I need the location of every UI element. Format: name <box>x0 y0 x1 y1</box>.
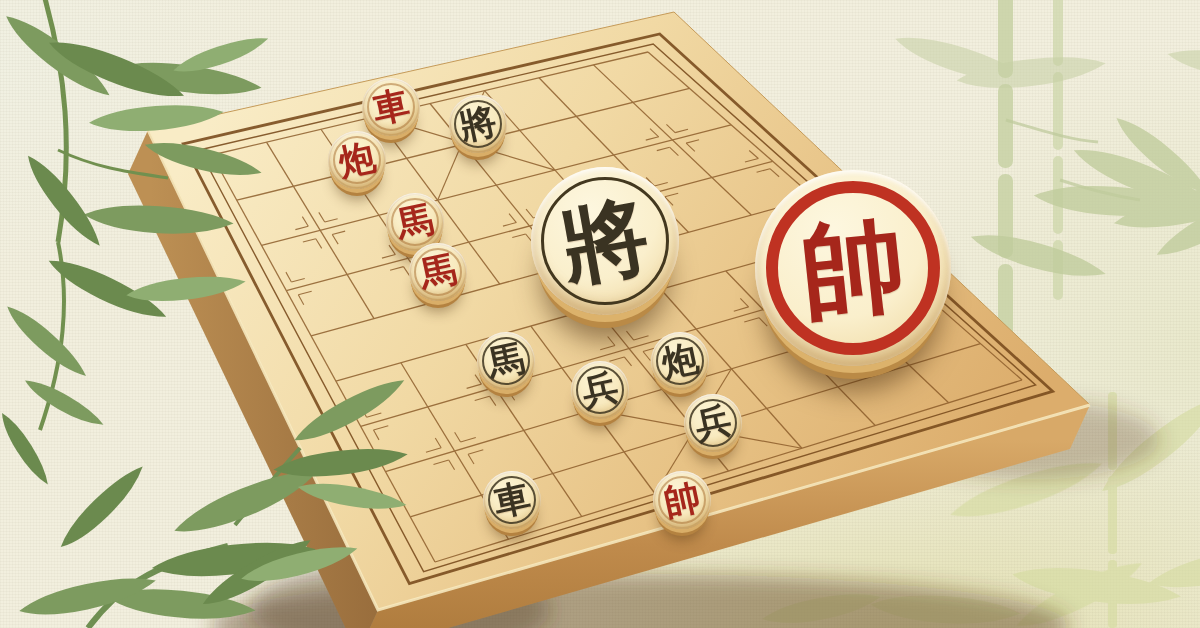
piece-character: 炮 <box>323 126 392 195</box>
scene: 車將炮馬馬馬炮兵兵車帥將帥 <box>0 0 1200 628</box>
piece-black-soldier-1[interactable]: 兵 <box>571 361 629 419</box>
piece-character: 將 <box>519 155 690 326</box>
piece-black-soldier-2[interactable]: 兵 <box>684 394 742 452</box>
piece-character: 兵 <box>679 389 748 458</box>
showpiece-red-general[interactable]: 帥 <box>755 170 951 366</box>
piece-character: 兵 <box>566 356 635 425</box>
piece-character: 帥 <box>745 160 960 375</box>
piece-character: 將 <box>444 90 513 159</box>
piece-black-chariot[interactable]: 車 <box>483 471 541 529</box>
showpiece-black-general[interactable]: 將 <box>531 167 679 315</box>
piece-black-cannon[interactable]: 炮 <box>651 332 709 390</box>
piece-red-general[interactable]: 帥 <box>653 471 711 529</box>
piece-black-horse[interactable]: 馬 <box>477 332 535 390</box>
piece-layer: 車將炮馬馬馬炮兵兵車帥將帥 <box>0 0 1200 628</box>
piece-red-cannon[interactable]: 炮 <box>328 131 386 189</box>
piece-character: 馬 <box>472 327 541 396</box>
piece-character: 馬 <box>404 238 473 307</box>
piece-black-general[interactable]: 將 <box>449 95 507 153</box>
piece-red-horse-2[interactable]: 馬 <box>409 243 467 301</box>
piece-character: 炮 <box>646 327 715 396</box>
piece-character: 帥 <box>648 466 717 535</box>
piece-character: 車 <box>478 466 547 535</box>
